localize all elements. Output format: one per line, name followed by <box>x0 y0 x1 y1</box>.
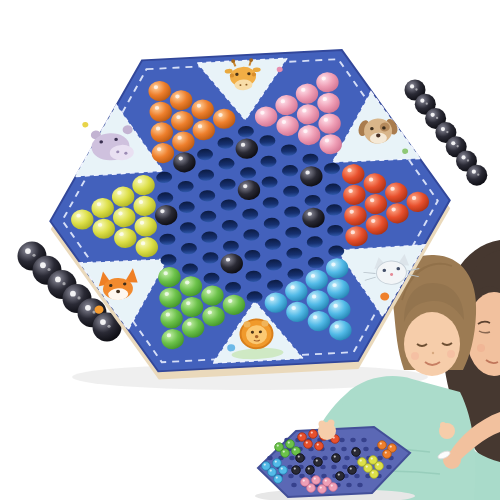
mini-marble-blue <box>279 466 288 475</box>
mini-marble-red <box>315 442 324 451</box>
black-marble <box>466 165 487 186</box>
mini-marble-blue <box>274 475 283 484</box>
mini-marble-red <box>304 440 313 449</box>
mini-board-hole <box>339 438 344 442</box>
mini-board-hole <box>331 465 336 469</box>
mini-marble-black <box>348 466 357 475</box>
mini-board-hole <box>346 483 351 487</box>
mini-board-hole <box>361 438 366 442</box>
mini-board-hole <box>291 483 296 487</box>
mini-marble-black <box>332 454 341 463</box>
mini-board-hole <box>386 465 391 469</box>
mini-marble-blue <box>273 459 282 468</box>
mini-marble-blue <box>268 468 277 477</box>
mini-board-hole <box>363 447 368 451</box>
mini-board-hole <box>288 474 293 478</box>
mini-board-hole <box>377 456 382 460</box>
mini-board-hole <box>354 474 359 478</box>
mini-marble-yellow <box>370 470 379 479</box>
mini-marble-pink <box>329 483 338 492</box>
mini-board-hole <box>342 465 347 469</box>
mini-marble-black <box>306 466 315 475</box>
mini-marble-pink <box>318 485 327 494</box>
mini-marble-green <box>281 449 290 458</box>
mini-marble-black <box>296 454 305 463</box>
mini-marble-pink <box>307 484 316 493</box>
mini-board-hole <box>344 456 349 460</box>
mini-marble-orange <box>378 441 387 450</box>
mini-board-hole <box>289 456 294 460</box>
mini-board-hole <box>267 456 272 460</box>
mini-board-hole <box>322 456 327 460</box>
mini-marble-pink <box>312 476 321 485</box>
product-photo <box>0 0 500 500</box>
mini-marble-red <box>309 430 318 439</box>
mini-marble-black <box>292 466 301 475</box>
mini-board-hole <box>330 447 335 451</box>
mini-marble-orange <box>383 450 392 459</box>
mini-board-hole <box>341 447 346 451</box>
mini-marble-red <box>298 433 307 442</box>
mini-marble-black <box>314 458 323 467</box>
mini-marble-green <box>286 440 295 449</box>
yellow-ball-icon <box>82 122 88 128</box>
mini-board-hole <box>357 483 362 487</box>
mini-marble-black <box>336 472 345 481</box>
mini-marble-yellow <box>375 462 384 471</box>
mini-board-hole <box>350 438 355 442</box>
mini-marble-black <box>352 448 361 457</box>
